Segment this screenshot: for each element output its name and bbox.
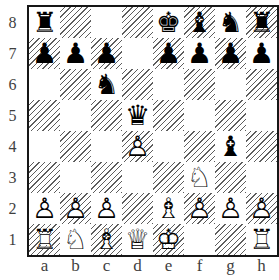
file-label-c: c bbox=[91, 253, 122, 278]
square-a4[interactable] bbox=[29, 131, 60, 162]
square-h7[interactable]: ♟ bbox=[246, 38, 277, 69]
piece-outline: ♖ bbox=[249, 226, 274, 254]
square-e8[interactable]: ♚ bbox=[153, 7, 184, 38]
square-f1[interactable] bbox=[184, 224, 215, 255]
white-knight-piece: ♞♘ bbox=[60, 224, 91, 255]
square-g4[interactable]: ♝ bbox=[215, 131, 246, 162]
square-g3[interactable] bbox=[215, 162, 246, 193]
file-label-b: b bbox=[60, 253, 91, 278]
rank-label-4: 4 bbox=[0, 131, 25, 162]
black-rook-piece: ♜ bbox=[246, 7, 277, 38]
piece-outline: ♘ bbox=[187, 164, 212, 192]
piece-fill: ♞ bbox=[94, 71, 119, 99]
rank-labels: 87654321 bbox=[0, 7, 25, 255]
black-knight-piece: ♞ bbox=[91, 69, 122, 100]
square-d3[interactable] bbox=[122, 162, 153, 193]
file-label-g: g bbox=[215, 253, 246, 278]
black-pawn-piece: ♟ bbox=[29, 38, 60, 69]
square-d8[interactable] bbox=[122, 7, 153, 38]
white-bishop-piece: ♝♗ bbox=[91, 224, 122, 255]
square-f4[interactable] bbox=[184, 131, 215, 162]
piece-outline: ♙ bbox=[94, 195, 119, 223]
square-b8[interactable] bbox=[60, 7, 91, 38]
square-d5[interactable]: ♛ bbox=[122, 100, 153, 131]
piece-fill: ♟ bbox=[63, 40, 88, 68]
square-h6[interactable] bbox=[246, 69, 277, 100]
white-pawn-piece: ♟♙ bbox=[184, 193, 215, 224]
piece-outline: ♙ bbox=[63, 195, 88, 223]
square-e1[interactable]: ♚♔ bbox=[153, 224, 184, 255]
black-pawn-piece: ♟ bbox=[246, 38, 277, 69]
piece-fill: ♟ bbox=[249, 40, 274, 68]
square-a3[interactable] bbox=[29, 162, 60, 193]
square-f7[interactable]: ♟ bbox=[184, 38, 215, 69]
white-king-piece: ♚♔ bbox=[153, 224, 184, 255]
piece-fill: ♛ bbox=[125, 102, 150, 130]
piece-fill: ♟ bbox=[187, 40, 212, 68]
square-a1[interactable]: ♜♖ bbox=[29, 224, 60, 255]
piece-fill: ♞ bbox=[218, 9, 243, 37]
rank-label-8: 8 bbox=[0, 7, 25, 38]
square-e5[interactable] bbox=[153, 100, 184, 131]
white-rook-piece: ♜♖ bbox=[29, 224, 60, 255]
piece-fill: ♜ bbox=[249, 9, 274, 37]
piece-outline: ♙ bbox=[187, 195, 212, 223]
square-g1[interactable] bbox=[215, 224, 246, 255]
white-pawn-piece: ♟♙ bbox=[29, 193, 60, 224]
piece-outline: ♖ bbox=[32, 226, 57, 254]
square-h4[interactable] bbox=[246, 131, 277, 162]
black-pawn-piece: ♟ bbox=[91, 38, 122, 69]
square-a8[interactable]: ♜ bbox=[29, 7, 60, 38]
piece-fill: ♟ bbox=[94, 40, 119, 68]
piece-outline: ♙ bbox=[218, 195, 243, 223]
file-labels: abcdefgh bbox=[29, 253, 277, 278]
square-d2[interactable] bbox=[122, 193, 153, 224]
rank-label-2: 2 bbox=[0, 193, 25, 224]
rank-label-5: 5 bbox=[0, 100, 25, 131]
piece-fill: ♟ bbox=[218, 40, 243, 68]
square-b7[interactable]: ♟ bbox=[60, 38, 91, 69]
rank-label-1: 1 bbox=[0, 224, 25, 255]
square-f5[interactable] bbox=[184, 100, 215, 131]
square-e6[interactable] bbox=[153, 69, 184, 100]
white-bishop-piece: ♝♗ bbox=[153, 193, 184, 224]
piece-fill: ♝ bbox=[218, 133, 243, 161]
file-label-a: a bbox=[29, 253, 60, 278]
piece-outline: ♗ bbox=[94, 226, 119, 254]
square-b6[interactable] bbox=[60, 69, 91, 100]
white-rook-piece: ♜♖ bbox=[246, 224, 277, 255]
black-bishop-piece: ♝ bbox=[184, 7, 215, 38]
piece-outline: ♘ bbox=[63, 226, 88, 254]
square-e3[interactable] bbox=[153, 162, 184, 193]
square-h5[interactable] bbox=[246, 100, 277, 131]
piece-outline: ♙ bbox=[249, 195, 274, 223]
black-pawn-piece: ♟ bbox=[184, 38, 215, 69]
black-knight-piece: ♞ bbox=[215, 7, 246, 38]
square-g7[interactable]: ♟ bbox=[215, 38, 246, 69]
white-knight-piece: ♞♘ bbox=[184, 162, 215, 193]
white-pawn-piece: ♟♙ bbox=[215, 193, 246, 224]
square-b2[interactable]: ♟♙ bbox=[60, 193, 91, 224]
white-pawn-piece: ♟♙ bbox=[122, 131, 153, 162]
black-pawn-piece: ♟ bbox=[60, 38, 91, 69]
piece-fill: ♜ bbox=[32, 9, 57, 37]
square-a5[interactable] bbox=[29, 100, 60, 131]
square-e4[interactable] bbox=[153, 131, 184, 162]
piece-fill: ♝ bbox=[187, 9, 212, 37]
black-king-piece: ♚ bbox=[153, 7, 184, 38]
rank-label-3: 3 bbox=[0, 162, 25, 193]
square-d6[interactable] bbox=[122, 69, 153, 100]
square-d1[interactable]: ♛♕ bbox=[122, 224, 153, 255]
piece-fill: ♟ bbox=[32, 40, 57, 68]
piece-outline: ♕ bbox=[125, 226, 150, 254]
piece-outline: ♙ bbox=[125, 133, 150, 161]
square-h3[interactable] bbox=[246, 162, 277, 193]
chess-board: ♜♚♝♞♜♟♟♟♟♟♟♟♞♛♟♙♝♞♘♟♙♟♙♟♙♝♗♟♙♟♙♟♙♜♖♞♘♝♗♛… bbox=[27, 5, 279, 257]
square-f8[interactable]: ♝ bbox=[184, 7, 215, 38]
piece-fill: ♚ bbox=[156, 9, 181, 37]
square-c3[interactable] bbox=[91, 162, 122, 193]
black-pawn-piece: ♟ bbox=[215, 38, 246, 69]
white-pawn-piece: ♟♙ bbox=[91, 193, 122, 224]
square-g6[interactable] bbox=[215, 69, 246, 100]
chess-diagram: 87654321 ♜♚♝♞♜♟♟♟♟♟♟♟♞♛♟♙♝♞♘♟♙♟♙♟♙♝♗♟♙♟♙… bbox=[0, 0, 279, 280]
square-e2[interactable]: ♝♗ bbox=[153, 193, 184, 224]
file-label-f: f bbox=[184, 253, 215, 278]
square-b1[interactable]: ♞♘ bbox=[60, 224, 91, 255]
square-h1[interactable]: ♜♖ bbox=[246, 224, 277, 255]
square-g5[interactable] bbox=[215, 100, 246, 131]
square-h8[interactable]: ♜ bbox=[246, 7, 277, 38]
black-rook-piece: ♜ bbox=[29, 7, 60, 38]
square-h2[interactable]: ♟♙ bbox=[246, 193, 277, 224]
rank-label-7: 7 bbox=[0, 38, 25, 69]
piece-outline: ♙ bbox=[32, 195, 57, 223]
square-g8[interactable]: ♞ bbox=[215, 7, 246, 38]
white-pawn-piece: ♟♙ bbox=[246, 193, 277, 224]
file-label-e: e bbox=[153, 253, 184, 278]
square-g2[interactable]: ♟♙ bbox=[215, 193, 246, 224]
square-c8[interactable] bbox=[91, 7, 122, 38]
black-pawn-piece: ♟ bbox=[153, 38, 184, 69]
square-f3[interactable]: ♞♘ bbox=[184, 162, 215, 193]
square-c7[interactable]: ♟ bbox=[91, 38, 122, 69]
piece-outline: ♗ bbox=[156, 195, 181, 223]
square-b4[interactable] bbox=[60, 131, 91, 162]
square-d7[interactable] bbox=[122, 38, 153, 69]
white-pawn-piece: ♟♙ bbox=[60, 193, 91, 224]
square-a7[interactable]: ♟ bbox=[29, 38, 60, 69]
square-b5[interactable] bbox=[60, 100, 91, 131]
square-b3[interactable] bbox=[60, 162, 91, 193]
square-a6[interactable] bbox=[29, 69, 60, 100]
square-c4[interactable] bbox=[91, 131, 122, 162]
square-c2[interactable]: ♟♙ bbox=[91, 193, 122, 224]
piece-outline: ♔ bbox=[156, 226, 181, 254]
square-c6[interactable]: ♞ bbox=[91, 69, 122, 100]
square-f6[interactable] bbox=[184, 69, 215, 100]
black-queen-piece: ♛ bbox=[122, 100, 153, 131]
square-e7[interactable]: ♟ bbox=[153, 38, 184, 69]
piece-fill: ♟ bbox=[156, 40, 181, 68]
square-f2[interactable]: ♟♙ bbox=[184, 193, 215, 224]
square-d4[interactable]: ♟♙ bbox=[122, 131, 153, 162]
square-c5[interactable] bbox=[91, 100, 122, 131]
white-queen-piece: ♛♕ bbox=[122, 224, 153, 255]
file-label-d: d bbox=[122, 253, 153, 278]
black-bishop-piece: ♝ bbox=[215, 131, 246, 162]
square-c1[interactable]: ♝♗ bbox=[91, 224, 122, 255]
rank-label-6: 6 bbox=[0, 69, 25, 100]
file-label-h: h bbox=[246, 253, 277, 278]
square-a2[interactable]: ♟♙ bbox=[29, 193, 60, 224]
